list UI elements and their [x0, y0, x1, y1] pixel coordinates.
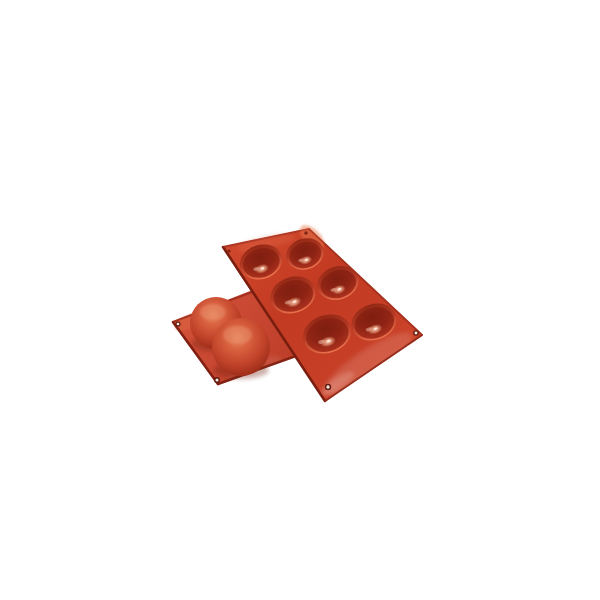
- corner-hole: [413, 330, 419, 336]
- product-photo-canvas: [0, 0, 600, 600]
- corner-hole: [175, 321, 180, 326]
- product-photo: [0, 0, 600, 600]
- dome-highlight: [200, 304, 226, 321]
- dome-highlight: [223, 326, 252, 345]
- corner-hole: [228, 250, 231, 253]
- corner-hole: [304, 231, 308, 235]
- corner-hole: [214, 377, 220, 383]
- corner-hole: [325, 384, 331, 390]
